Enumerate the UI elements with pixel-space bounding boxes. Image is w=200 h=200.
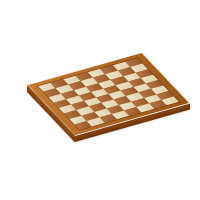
- product-photo: [0, 0, 200, 200]
- chess-board: [27, 53, 190, 136]
